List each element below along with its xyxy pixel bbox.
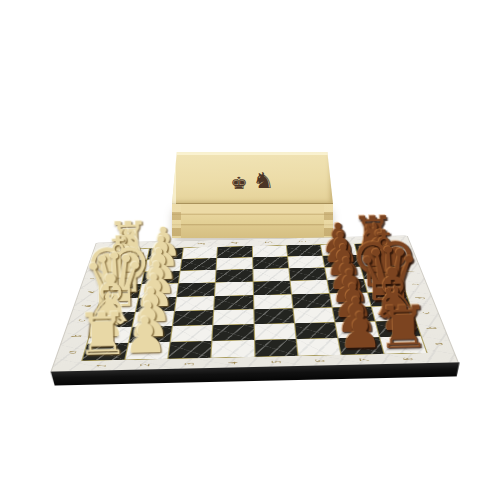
- board-scene: 12345678 12345678 hgfedcba hgfedcba ♜♞♝♛…: [72, 114, 434, 476]
- product-photo-chess-set: ♚ ♞ 12345678 12345678 hgfedcba hgfedcba …: [0, 0, 500, 500]
- piece-white-rook: ♜: [75, 305, 129, 365]
- pieces-layer: ♜♞♝♛♚♝♞♜♟♟♟♟♟♟♟♟♟♟♟♟♟♟♟♟♜♞♝♛♚♝♞♜: [72, 114, 434, 476]
- piece-black-rook: ♜: [376, 298, 430, 358]
- piece-black-pawn: ♟: [337, 307, 383, 357]
- piece-white-pawn: ♟: [123, 312, 169, 362]
